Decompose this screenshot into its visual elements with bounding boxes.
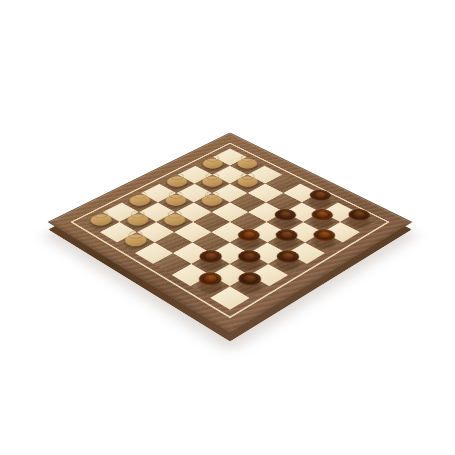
- board-caption: Wooden checkers board in the standard st…: [0, 0, 1, 1]
- checkers-board: [48, 132, 413, 333]
- board-frame: [48, 132, 413, 333]
- checkers-product-photo: Wooden checkers board in the standard st…: [0, 0, 455, 455]
